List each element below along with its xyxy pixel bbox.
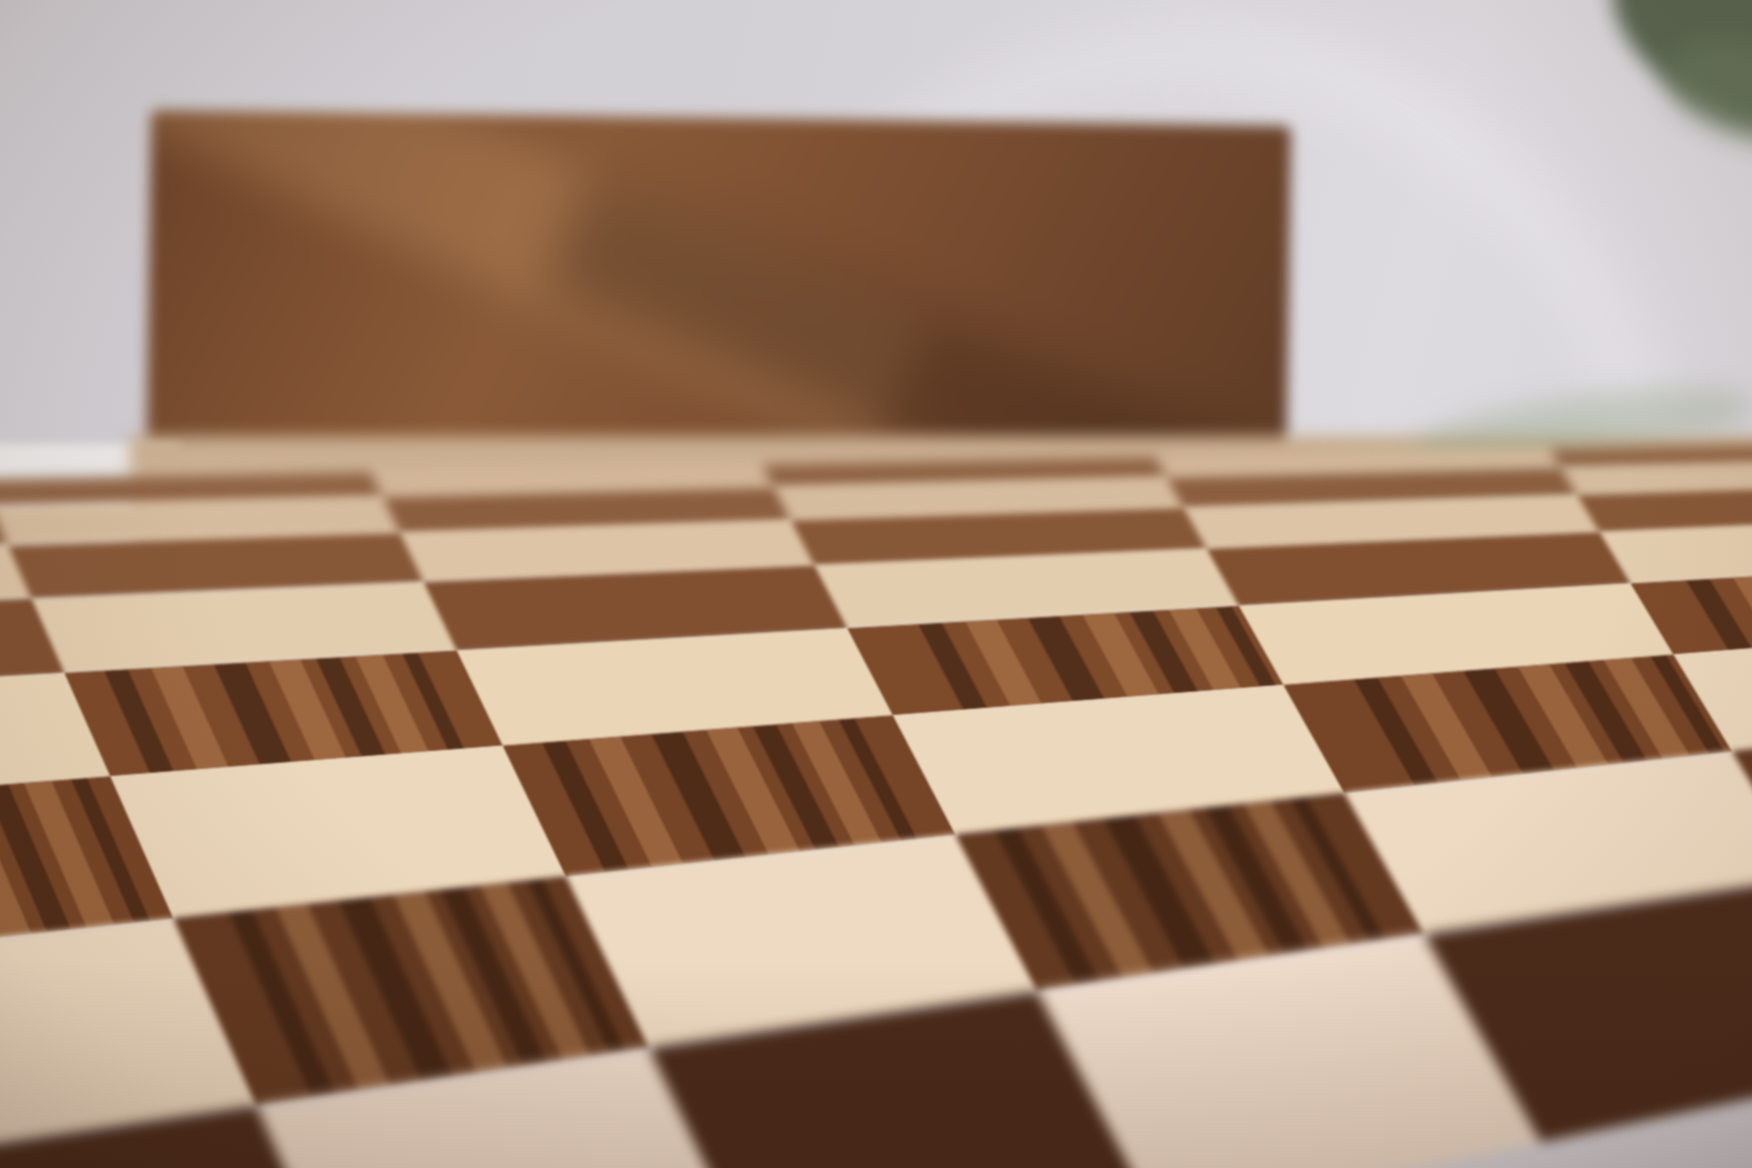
chess-photo-scene: ♜♜♜♜ [0, 0, 1752, 1168]
chessboard [0, 0, 1752, 1168]
